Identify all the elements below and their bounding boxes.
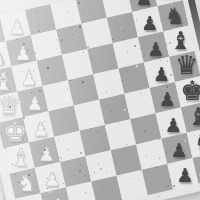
photo-scene: ♜♟♟♜♞♟♟♞♝♟♟♝♛♟♟♛♚♟♟♚♝♟♟♝♞♟♟♞♜♟♟♜ — [0, 0, 200, 200]
black-knight[interactable]: ♞ — [162, 5, 188, 28]
black-pawn[interactable]: ♟ — [154, 90, 180, 109]
chess-board-frame: ♜♟♟♜♞♟♟♞♝♟♟♝♛♟♟♛♚♟♟♚♝♟♟♝♞♟♟♞♜♟♟♜ — [0, 0, 200, 200]
black-king[interactable]: ♚ — [179, 77, 200, 104]
white-pawn[interactable]: ♟ — [10, 44, 36, 63]
black-pawn[interactable]: ♟ — [172, 166, 198, 185]
white-pawn[interactable]: ♟ — [4, 18, 30, 37]
black-pawn[interactable]: ♟ — [166, 141, 192, 160]
black-knight[interactable]: ♞ — [191, 131, 200, 154]
chess-board: ♜♟♟♜♞♟♟♞♝♟♟♝♛♟♟♛♚♟♟♚♝♟♟♝♞♟♟♞♜♟♟♜ — [0, 0, 200, 200]
black-pawn[interactable]: ♟ — [149, 65, 175, 84]
black-pawn[interactable]: ♟ — [137, 14, 163, 33]
white-pawn[interactable]: ♟ — [39, 170, 65, 189]
white-pawn[interactable]: ♟ — [34, 145, 60, 164]
white-pawn[interactable]: ♟ — [22, 94, 48, 113]
black-pawn[interactable]: ♟ — [160, 116, 186, 135]
black-bishop[interactable]: ♝ — [185, 105, 200, 129]
photo-layer: ♜♟♟♜♞♟♟♞♝♟♟♝♛♟♟♛♚♟♟♚♝♟♟♝♞♟♟♞♜♟♟♜ — [0, 0, 200, 200]
black-rook[interactable]: ♜ — [197, 158, 200, 180]
black-pawn[interactable]: ♟ — [143, 40, 169, 59]
white-pawn[interactable]: ♟ — [16, 69, 42, 88]
white-pawn[interactable]: ♟ — [28, 120, 54, 139]
